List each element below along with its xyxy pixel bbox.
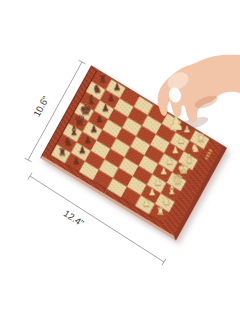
hand-overlay: ♟: [0, 0, 240, 329]
product-photo: 10.6" 12.4" ♜♞♝♛♚♝♞♜♟♟♟♟♟♟♟♟♟♟♟♟♟♟♟♟♜♞♝♛…: [0, 0, 240, 329]
